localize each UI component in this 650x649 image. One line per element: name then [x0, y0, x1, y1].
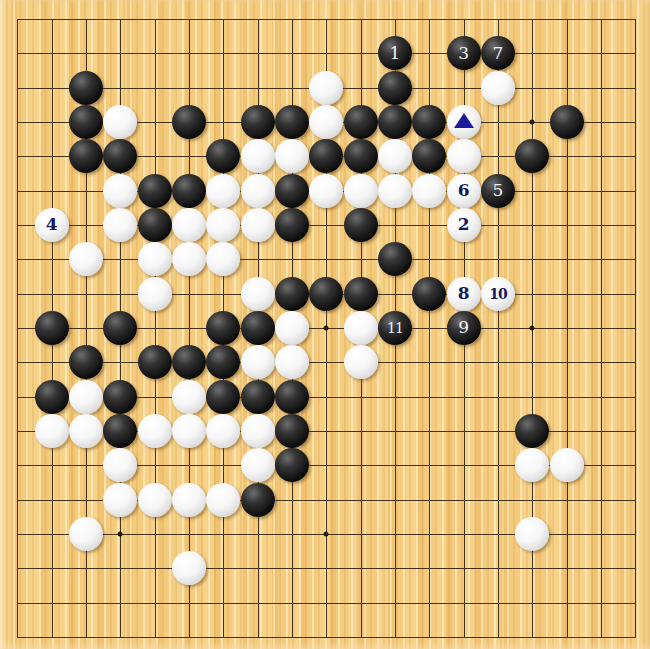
stone-black[interactable]: 7	[481, 36, 515, 70]
stone-black[interactable]	[275, 277, 309, 311]
stone-white[interactable]	[172, 551, 206, 585]
stone-black[interactable]	[344, 208, 378, 242]
stone-black[interactable]	[378, 105, 412, 139]
stone-white[interactable]	[378, 139, 412, 173]
stone-black[interactable]	[550, 105, 584, 139]
stone-black[interactable]	[412, 105, 446, 139]
stone-black[interactable]	[35, 380, 69, 414]
stone-black[interactable]	[241, 380, 275, 414]
stone-black[interactable]	[412, 139, 446, 173]
stone-black[interactable]	[206, 311, 240, 345]
stone-white[interactable]	[103, 483, 137, 517]
stone-black[interactable]	[172, 105, 206, 139]
stone-black[interactable]	[275, 380, 309, 414]
stone-white[interactable]	[344, 311, 378, 345]
stone-white[interactable]	[275, 311, 309, 345]
stone-white[interactable]	[138, 483, 172, 517]
stone-white[interactable]	[309, 71, 343, 105]
move-number-label: 8	[458, 285, 470, 302]
stone-white[interactable]	[172, 242, 206, 276]
stone-black[interactable]	[172, 174, 206, 208]
stone-black[interactable]	[515, 414, 549, 448]
stone-white[interactable]	[344, 174, 378, 208]
stone-black[interactable]: 5	[481, 174, 515, 208]
stone-black[interactable]	[103, 414, 137, 448]
stone-white[interactable]	[275, 139, 309, 173]
star-point	[530, 325, 535, 330]
stone-white[interactable]	[138, 414, 172, 448]
stone-white[interactable]: 6	[447, 174, 481, 208]
stone-white[interactable]	[69, 414, 103, 448]
stone-black[interactable]	[103, 139, 137, 173]
stone-black[interactable]	[275, 174, 309, 208]
stone-black[interactable]	[241, 483, 275, 517]
move-number-label: 6	[458, 182, 470, 199]
stone-black[interactable]	[241, 105, 275, 139]
stone-white[interactable]	[172, 414, 206, 448]
stone-white[interactable]	[241, 414, 275, 448]
stone-white[interactable]: 4	[35, 208, 69, 242]
stone-white[interactable]	[138, 242, 172, 276]
grid-line-horizontal	[17, 362, 636, 363]
stone-white[interactable]	[481, 71, 515, 105]
stone-white[interactable]	[241, 174, 275, 208]
star-point	[324, 325, 329, 330]
stone-black[interactable]	[412, 277, 446, 311]
stone-white[interactable]	[447, 139, 481, 173]
stone-white[interactable]	[550, 448, 584, 482]
stone-black[interactable]	[309, 139, 343, 173]
stone-white[interactable]	[309, 174, 343, 208]
stone-black[interactable]	[378, 71, 412, 105]
stone-white[interactable]	[69, 242, 103, 276]
stone-black[interactable]	[275, 414, 309, 448]
star-point	[324, 531, 329, 536]
stone-white[interactable]	[103, 208, 137, 242]
stone-black[interactable]	[138, 208, 172, 242]
stone-black[interactable]	[69, 71, 103, 105]
stone-white[interactable]	[206, 174, 240, 208]
stone-white[interactable]	[172, 208, 206, 242]
stone-black[interactable]: 9	[447, 311, 481, 345]
stone-white[interactable]	[206, 208, 240, 242]
go-board[interactable]: 1376542810119	[0, 0, 650, 649]
stone-black[interactable]	[172, 345, 206, 379]
stone-white[interactable]	[103, 448, 137, 482]
stone-black[interactable]	[515, 139, 549, 173]
stone-white[interactable]	[35, 414, 69, 448]
stone-white[interactable]	[309, 105, 343, 139]
stone-black[interactable]	[69, 139, 103, 173]
move-number-label: 7	[492, 45, 503, 62]
star-point	[530, 119, 535, 124]
stone-white[interactable]	[172, 380, 206, 414]
stone-black[interactable]	[241, 311, 275, 345]
stone-black[interactable]	[344, 105, 378, 139]
stone-white[interactable]: 8	[447, 277, 481, 311]
stone-white[interactable]	[103, 174, 137, 208]
stone-white[interactable]: 2	[447, 208, 481, 242]
stone-black[interactable]	[275, 105, 309, 139]
stone-black[interactable]	[103, 311, 137, 345]
stone-white[interactable]	[515, 517, 549, 551]
stone-black[interactable]	[206, 139, 240, 173]
stone-black[interactable]	[309, 277, 343, 311]
stone-black[interactable]	[69, 105, 103, 139]
stone-white[interactable]	[138, 277, 172, 311]
stone-white[interactable]	[344, 345, 378, 379]
move-number-label: 10	[489, 287, 506, 301]
move-number-label: 3	[458, 45, 469, 62]
stone-black[interactable]	[206, 345, 240, 379]
grid-line-horizontal	[17, 568, 636, 569]
stone-black[interactable]	[138, 345, 172, 379]
stone-black[interactable]	[206, 380, 240, 414]
stone-white[interactable]	[447, 105, 481, 139]
grid-line-vertical	[498, 19, 499, 638]
stone-white[interactable]	[241, 277, 275, 311]
grid-line-vertical	[601, 19, 602, 638]
stone-white[interactable]	[515, 448, 549, 482]
stone-white[interactable]	[241, 139, 275, 173]
grid-line-horizontal	[17, 637, 636, 638]
stone-white[interactable]	[103, 105, 137, 139]
stone-white[interactable]	[241, 448, 275, 482]
grid-line-vertical	[635, 19, 636, 638]
stone-white[interactable]	[206, 242, 240, 276]
stone-black[interactable]	[103, 380, 137, 414]
stone-black[interactable]	[138, 174, 172, 208]
stone-white[interactable]	[412, 174, 446, 208]
stone-white[interactable]	[378, 174, 412, 208]
move-number-label: 2	[458, 216, 470, 233]
move-number-label: 11	[387, 321, 403, 335]
move-number-label: 9	[458, 319, 469, 336]
triangle-mark	[454, 113, 474, 128]
stone-white[interactable]	[206, 414, 240, 448]
star-point	[118, 531, 123, 536]
stone-black[interactable]	[275, 448, 309, 482]
stone-white[interactable]	[172, 483, 206, 517]
grid-line-horizontal	[17, 603, 636, 604]
stone-black[interactable]: 11	[378, 311, 412, 345]
stone-white[interactable]	[206, 483, 240, 517]
stone-black[interactable]: 3	[447, 36, 481, 70]
move-number-label: 1	[390, 45, 401, 62]
stone-black[interactable]	[344, 277, 378, 311]
stone-white[interactable]: 10	[481, 277, 515, 311]
stone-white[interactable]	[275, 345, 309, 379]
move-number-label: 4	[46, 216, 58, 233]
stone-black[interactable]: 1	[378, 36, 412, 70]
stone-white[interactable]	[69, 380, 103, 414]
stone-black[interactable]	[344, 139, 378, 173]
move-number-label: 5	[492, 182, 503, 199]
stone-black[interactable]	[378, 242, 412, 276]
stone-black[interactable]	[69, 345, 103, 379]
stone-white[interactable]	[241, 345, 275, 379]
stone-white[interactable]	[241, 208, 275, 242]
stone-white[interactable]	[69, 517, 103, 551]
stone-black[interactable]	[35, 311, 69, 345]
stone-black[interactable]	[275, 208, 309, 242]
